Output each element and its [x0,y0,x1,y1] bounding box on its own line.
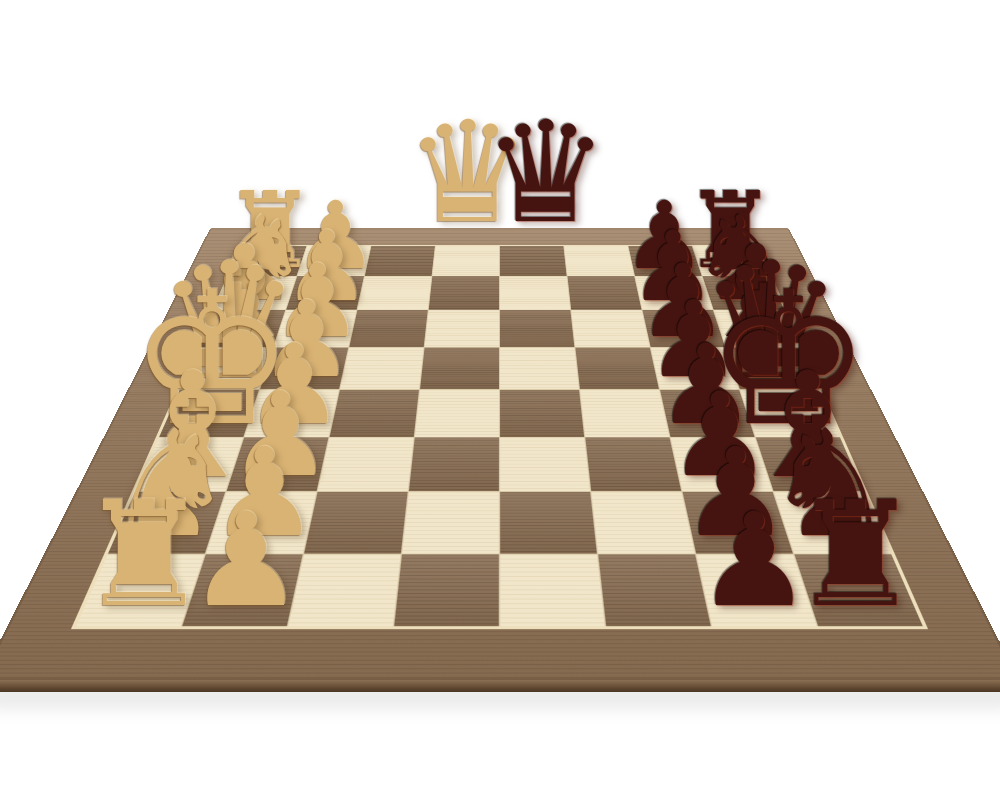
pieces-layer: ♜♟♟♜♞♟♟♞♝♟♟♝♛♟♟♛♚♟♟♚♝♟♟♝♞♟♟♞♜♟♟♜ [0,0,1000,800]
piece-wP[interactable]: ♟ [188,495,304,624]
piece-bR[interactable]: ♜ [790,481,921,627]
